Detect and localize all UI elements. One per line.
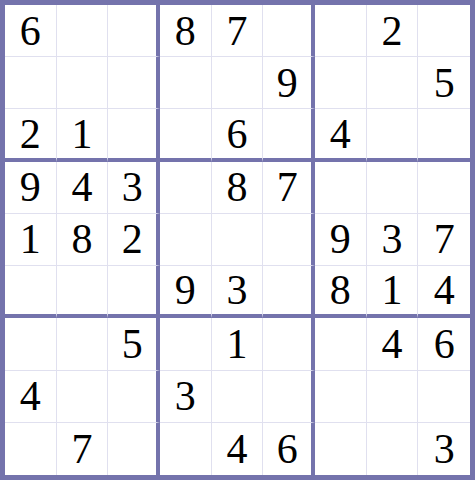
cell-r3c7-given-4[interactable]: 4 [315,109,367,161]
cell-r6c1-empty[interactable] [5,266,57,318]
cell-r9c7-empty[interactable] [315,423,367,475]
cell-r3c3-empty[interactable] [108,109,160,161]
cell-r5c5-empty[interactable] [212,214,264,266]
cell-r2c3-empty[interactable] [108,57,160,109]
cell-r2c5-empty[interactable] [212,57,264,109]
cell-r1c9-empty[interactable] [418,5,470,57]
cell-r7c8-given-4[interactable]: 4 [367,318,419,370]
cell-r2c2-empty[interactable] [57,57,109,109]
cell-r8c9-empty[interactable] [418,371,470,423]
cell-r2c4-empty[interactable] [160,57,212,109]
cell-r5c1-given-1[interactable]: 1 [5,214,57,266]
cell-r8c8-empty[interactable] [367,371,419,423]
cell-r4c8-empty[interactable] [367,162,419,214]
cell-r6c4-given-9[interactable]: 9 [160,266,212,318]
cell-r6c6-empty[interactable] [263,266,315,318]
cell-r6c7-given-8[interactable]: 8 [315,266,367,318]
cell-r6c2-empty[interactable] [57,266,109,318]
cell-r1c3-empty[interactable] [108,5,160,57]
cell-r1c1-given-6[interactable]: 6 [5,5,57,57]
cell-r8c5-empty[interactable] [212,371,264,423]
cell-r5c4-empty[interactable] [160,214,212,266]
cell-r2c1-empty[interactable] [5,57,57,109]
cell-r4c2-given-4[interactable]: 4 [57,162,109,214]
cell-r6c3-empty[interactable] [108,266,160,318]
cell-r2c6-given-9[interactable]: 9 [263,57,315,109]
cell-r9c4-empty[interactable] [160,423,212,475]
cell-r3c9-empty[interactable] [418,109,470,161]
cell-r2c9-given-5[interactable]: 5 [418,57,470,109]
cell-r3c2-given-1[interactable]: 1 [57,109,109,161]
cell-r3c4-empty[interactable] [160,109,212,161]
cell-r9c1-empty[interactable] [5,423,57,475]
cell-r7c9-given-6[interactable]: 6 [418,318,470,370]
sudoku-board: 687295216494387182937938145146437463 [0,0,475,480]
cell-r9c2-given-7[interactable]: 7 [57,423,109,475]
cell-r5c6-empty[interactable] [263,214,315,266]
cell-r7c3-given-5[interactable]: 5 [108,318,160,370]
cell-r4c4-empty[interactable] [160,162,212,214]
cell-r1c2-empty[interactable] [57,5,109,57]
cell-r8c4-given-3[interactable]: 3 [160,371,212,423]
cell-r5c8-given-3[interactable]: 3 [367,214,419,266]
cell-r3c5-given-6[interactable]: 6 [212,109,264,161]
cell-r2c7-empty[interactable] [315,57,367,109]
cell-r7c1-empty[interactable] [5,318,57,370]
cell-r5c9-given-7[interactable]: 7 [418,214,470,266]
cell-r4c7-empty[interactable] [315,162,367,214]
cell-r8c7-empty[interactable] [315,371,367,423]
cell-r3c1-given-2[interactable]: 2 [5,109,57,161]
cell-r7c7-empty[interactable] [315,318,367,370]
cell-r4c3-given-3[interactable]: 3 [108,162,160,214]
cell-r1c4-given-8[interactable]: 8 [160,5,212,57]
cell-r8c1-given-4[interactable]: 4 [5,371,57,423]
cell-r5c3-given-2[interactable]: 2 [108,214,160,266]
cell-r9c9-given-3[interactable]: 3 [418,423,470,475]
cell-r6c9-given-4[interactable]: 4 [418,266,470,318]
cell-r6c8-given-1[interactable]: 1 [367,266,419,318]
cell-r2c8-empty[interactable] [367,57,419,109]
cell-r9c3-empty[interactable] [108,423,160,475]
cell-r5c7-given-9[interactable]: 9 [315,214,367,266]
cell-r7c5-given-1[interactable]: 1 [212,318,264,370]
cell-r9c5-given-4[interactable]: 4 [212,423,264,475]
cell-r9c8-empty[interactable] [367,423,419,475]
cell-r4c1-given-9[interactable]: 9 [5,162,57,214]
cell-r8c2-empty[interactable] [57,371,109,423]
cell-r8c3-empty[interactable] [108,371,160,423]
cell-r1c8-given-2[interactable]: 2 [367,5,419,57]
cell-r1c5-given-7[interactable]: 7 [212,5,264,57]
cell-r8c6-empty[interactable] [263,371,315,423]
cell-r9c6-given-6[interactable]: 6 [263,423,315,475]
cell-r7c4-empty[interactable] [160,318,212,370]
cell-r3c8-empty[interactable] [367,109,419,161]
cell-r4c6-given-7[interactable]: 7 [263,162,315,214]
cell-r4c9-empty[interactable] [418,162,470,214]
cell-r7c2-empty[interactable] [57,318,109,370]
cell-r1c6-empty[interactable] [263,5,315,57]
cell-r4c5-given-8[interactable]: 8 [212,162,264,214]
cell-r3c6-empty[interactable] [263,109,315,161]
cell-r5c2-given-8[interactable]: 8 [57,214,109,266]
cell-r6c5-given-3[interactable]: 3 [212,266,264,318]
cell-r7c6-empty[interactable] [263,318,315,370]
cell-r1c7-empty[interactable] [315,5,367,57]
